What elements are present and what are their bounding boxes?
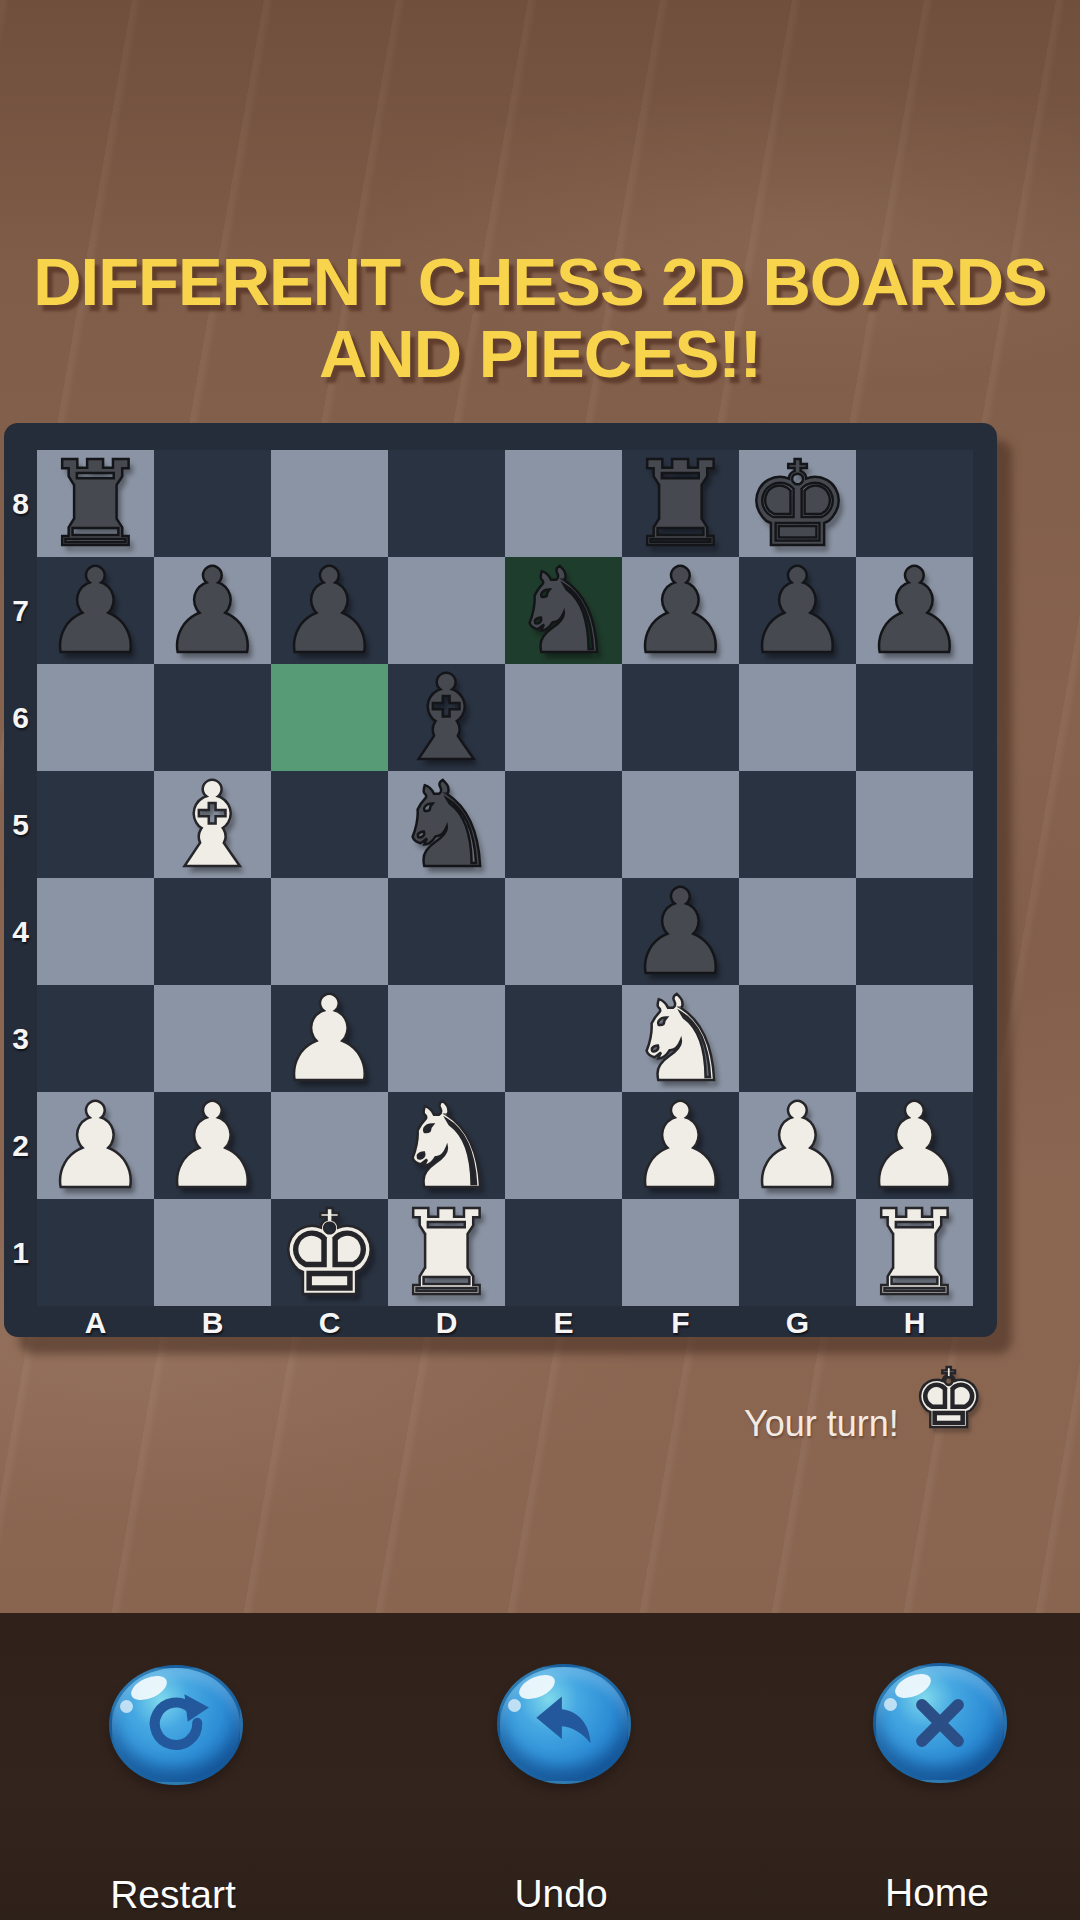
square-g5[interactable] <box>739 771 856 878</box>
chess-board: 87654321 ♜♜♚♟♟♟♞♟♟♟♝♝♞♟♟♞♟♟♞♟♟♟♚♜♜ ABCDE… <box>4 423 997 1337</box>
black-rook[interactable]: ♜ <box>43 452 149 556</box>
undo-button[interactable] <box>497 1664 631 1784</box>
white-pawn[interactable]: ♟ <box>160 1094 266 1198</box>
square-b8[interactable] <box>154 450 271 557</box>
file-labels: ABCDEFGH <box>37 1306 973 1337</box>
title-line-2: AND PIECES!! <box>0 318 1080 390</box>
square-g4[interactable] <box>739 878 856 985</box>
square-b7[interactable]: ♟ <box>154 557 271 664</box>
square-d1[interactable]: ♜ <box>388 1199 505 1306</box>
square-e3[interactable] <box>505 985 622 1092</box>
white-king[interactable]: ♚ <box>277 1201 383 1305</box>
square-b5[interactable]: ♝ <box>154 771 271 878</box>
black-pawn[interactable]: ♟ <box>43 559 149 663</box>
square-a1[interactable] <box>37 1199 154 1306</box>
restart-button[interactable] <box>109 1665 243 1785</box>
square-a4[interactable] <box>37 878 154 985</box>
square-e1[interactable] <box>505 1199 622 1306</box>
black-bishop[interactable]: ♝ <box>394 666 500 770</box>
rank-label-4: 4 <box>4 878 37 985</box>
white-rook[interactable]: ♜ <box>394 1201 500 1305</box>
square-b1[interactable] <box>154 1199 271 1306</box>
undo-label: Undo <box>411 1872 711 1916</box>
square-f1[interactable] <box>622 1199 739 1306</box>
square-c8[interactable] <box>271 450 388 557</box>
square-a8[interactable]: ♜ <box>37 450 154 557</box>
square-g3[interactable] <box>739 985 856 1092</box>
rank-labels: 87654321 <box>4 450 37 1306</box>
white-pawn[interactable]: ♟ <box>43 1094 149 1198</box>
square-b6[interactable] <box>154 664 271 771</box>
square-a5[interactable] <box>37 771 154 878</box>
bottom-nav: Restart Undo Home <box>0 1613 1080 1920</box>
page-title: DIFFERENT CHESS 2D BOARDS AND PIECES!! <box>0 246 1080 390</box>
home-button[interactable] <box>873 1663 1007 1783</box>
rank-label-8: 8 <box>4 450 37 557</box>
square-e2[interactable] <box>505 1092 622 1199</box>
square-b4[interactable] <box>154 878 271 985</box>
square-g6[interactable] <box>739 664 856 771</box>
square-e4[interactable] <box>505 878 622 985</box>
square-g2[interactable]: ♟ <box>739 1092 856 1199</box>
white-bishop[interactable]: ♝ <box>160 773 266 877</box>
square-d8[interactable] <box>388 450 505 557</box>
black-pawn[interactable]: ♟ <box>745 559 851 663</box>
white-king-icon: ♚ <box>912 1358 986 1440</box>
square-d7[interactable] <box>388 557 505 664</box>
square-c7[interactable]: ♟ <box>271 557 388 664</box>
black-pawn[interactable]: ♟ <box>160 559 266 663</box>
white-pawn[interactable]: ♟ <box>277 987 383 1091</box>
close-icon <box>906 1689 974 1757</box>
square-a2[interactable]: ♟ <box>37 1092 154 1199</box>
square-h3[interactable] <box>856 985 973 1092</box>
file-label-g: G <box>739 1306 856 1340</box>
square-h8[interactable] <box>856 450 973 557</box>
file-label-a: A <box>37 1306 154 1340</box>
square-c2[interactable] <box>271 1092 388 1199</box>
square-f8[interactable]: ♜ <box>622 450 739 557</box>
file-label-e: E <box>505 1306 622 1340</box>
square-f4[interactable]: ♟ <box>622 878 739 985</box>
square-f5[interactable] <box>622 771 739 878</box>
file-label-c: C <box>271 1306 388 1340</box>
rank-label-6: 6 <box>4 664 37 771</box>
square-f2[interactable]: ♟ <box>622 1092 739 1199</box>
file-label-h: H <box>856 1306 973 1340</box>
square-h2[interactable]: ♟ <box>856 1092 973 1199</box>
square-c1[interactable]: ♚ <box>271 1199 388 1306</box>
rank-label-3: 3 <box>4 985 37 1092</box>
square-c4[interactable] <box>271 878 388 985</box>
file-label-d: D <box>388 1306 505 1340</box>
undo-icon <box>530 1690 598 1758</box>
black-knight[interactable]: ♞ <box>511 559 617 663</box>
square-a3[interactable] <box>37 985 154 1092</box>
black-knight[interactable]: ♞ <box>394 773 500 877</box>
turn-status: Your turn! <box>744 1404 899 1444</box>
black-pawn[interactable]: ♟ <box>628 880 734 984</box>
board-squares: ♜♜♚♟♟♟♞♟♟♟♝♝♞♟♟♞♟♟♞♟♟♟♚♜♜ <box>37 450 973 1306</box>
square-d2[interactable]: ♞ <box>388 1092 505 1199</box>
white-pawn[interactable]: ♟ <box>745 1094 851 1198</box>
square-h5[interactable] <box>856 771 973 878</box>
square-e8[interactable] <box>505 450 622 557</box>
square-f6[interactable] <box>622 664 739 771</box>
square-b2[interactable]: ♟ <box>154 1092 271 1199</box>
home-label: Home <box>787 1871 1080 1915</box>
square-a6[interactable] <box>37 664 154 771</box>
square-c6[interactable] <box>271 664 388 771</box>
rank-label-1: 1 <box>4 1199 37 1306</box>
black-rook[interactable]: ♜ <box>628 452 734 556</box>
square-c5[interactable] <box>271 771 388 878</box>
square-g7[interactable]: ♟ <box>739 557 856 664</box>
white-knight[interactable]: ♞ <box>394 1094 500 1198</box>
file-label-b: B <box>154 1306 271 1340</box>
square-h7[interactable]: ♟ <box>856 557 973 664</box>
black-pawn[interactable]: ♟ <box>862 559 968 663</box>
square-e7[interactable]: ♞ <box>505 557 622 664</box>
rank-label-2: 2 <box>4 1092 37 1199</box>
square-e5[interactable] <box>505 771 622 878</box>
square-f7[interactable]: ♟ <box>622 557 739 664</box>
square-d6[interactable]: ♝ <box>388 664 505 771</box>
title-line-1: DIFFERENT CHESS 2D BOARDS <box>0 246 1080 318</box>
black-pawn[interactable]: ♟ <box>628 559 734 663</box>
white-pawn[interactable]: ♟ <box>628 1094 734 1198</box>
black-king[interactable]: ♚ <box>745 452 851 556</box>
white-knight[interactable]: ♞ <box>628 987 734 1091</box>
file-label-f: F <box>622 1306 739 1340</box>
square-h6[interactable] <box>856 664 973 771</box>
square-c3[interactable]: ♟ <box>271 985 388 1092</box>
square-g8[interactable]: ♚ <box>739 450 856 557</box>
square-h4[interactable] <box>856 878 973 985</box>
rank-label-5: 5 <box>4 771 37 878</box>
square-d4[interactable] <box>388 878 505 985</box>
square-h1[interactable]: ♜ <box>856 1199 973 1306</box>
restart-label: Restart <box>23 1873 323 1917</box>
square-b3[interactable] <box>154 985 271 1092</box>
white-rook[interactable]: ♜ <box>862 1201 968 1305</box>
restart-icon <box>142 1691 210 1759</box>
square-a7[interactable]: ♟ <box>37 557 154 664</box>
square-f3[interactable]: ♞ <box>622 985 739 1092</box>
white-pawn[interactable]: ♟ <box>862 1094 968 1198</box>
square-g1[interactable] <box>739 1199 856 1306</box>
square-e6[interactable] <box>505 664 622 771</box>
square-d5[interactable]: ♞ <box>388 771 505 878</box>
square-d3[interactable] <box>388 985 505 1092</box>
black-pawn[interactable]: ♟ <box>277 559 383 663</box>
rank-label-7: 7 <box>4 557 37 664</box>
